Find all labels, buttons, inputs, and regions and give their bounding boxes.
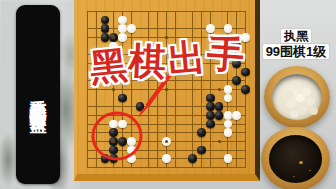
white-stone	[127, 146, 136, 155]
white-stone	[162, 154, 171, 163]
headline-char: 出	[166, 38, 206, 78]
white-stone-bowl	[264, 66, 330, 128]
white-stone	[127, 154, 136, 163]
caption-line1: 执黑	[281, 29, 311, 43]
white-stone	[224, 24, 233, 33]
black-stone	[206, 111, 215, 120]
headline-char: 棋	[128, 42, 167, 81]
white-stone	[118, 16, 127, 25]
white-stone	[127, 137, 136, 146]
headline-char: 黑	[88, 46, 129, 87]
white-stones-texture	[296, 94, 305, 102]
star-point	[165, 140, 168, 143]
white-stones-in-bowl	[272, 74, 322, 120]
black-stone	[118, 94, 127, 103]
black-stone	[232, 76, 241, 85]
top-right-caption: 执黑 99围棋1级	[260, 29, 332, 59]
white-stone	[127, 24, 136, 33]
black-stone	[206, 94, 215, 103]
vertical-title-banner: 手筋死活训练营复盘	[16, 5, 60, 184]
video-thumbnail[interactable]: 黑棋出手 手筋死活训练营复盘 执黑 99围棋1级	[0, 0, 336, 189]
black-stones-texture	[299, 161, 303, 164]
white-stone	[224, 128, 233, 137]
headline-text: 黑棋出手	[90, 40, 244, 77]
white-stone	[118, 24, 127, 33]
headline-char: 手	[206, 35, 245, 74]
star-point	[218, 140, 221, 143]
black-stone	[215, 111, 224, 120]
go-board[interactable]	[74, 0, 260, 181]
black-stone-bowl	[261, 127, 330, 189]
black-stone	[206, 102, 215, 111]
caption-line2: 99围棋1级	[263, 44, 330, 59]
black-stone	[197, 128, 206, 137]
white-stone	[224, 111, 233, 120]
white-stone	[224, 85, 233, 94]
black-stone	[241, 85, 250, 94]
star-point	[218, 88, 221, 91]
white-stone	[232, 111, 241, 120]
banner-label: 手筋死活训练营复盘	[30, 86, 47, 104]
black-stone	[206, 120, 215, 129]
white-stone	[206, 24, 215, 33]
star-point	[165, 88, 168, 91]
star-point	[165, 36, 168, 39]
white-stone	[118, 120, 127, 129]
black-stones-in-bowl	[269, 135, 322, 183]
black-stone	[118, 137, 127, 146]
